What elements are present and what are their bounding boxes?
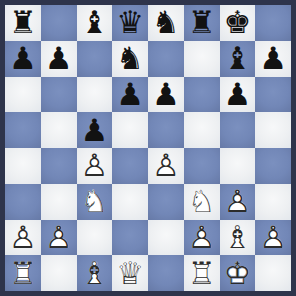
black-rook: ♜ [5,5,41,41]
white-king: ♚♔ [220,255,256,291]
square-a8[interactable]: ♜ [5,5,41,41]
square-a4[interactable] [5,148,41,184]
black-queen: ♛ [112,5,148,41]
white-pawn: ♟♙ [184,220,220,256]
white-knight: ♞♘ [184,184,220,220]
white-pawn: ♟♙ [148,148,184,184]
square-f8[interactable]: ♜ [184,5,220,41]
square-c8[interactable]: ♝ [77,5,113,41]
square-c6[interactable] [77,77,113,113]
black-bishop: ♝ [77,5,113,41]
black-king: ♚ [220,5,256,41]
square-a2[interactable]: ♟♙ [5,220,41,256]
black-bishop: ♝ [220,41,256,77]
square-e4[interactable]: ♟♙ [148,148,184,184]
square-b3[interactable] [41,184,77,220]
black-pawn: ♟ [148,77,184,113]
white-queen: ♛♕ [112,255,148,291]
square-b8[interactable] [41,5,77,41]
black-knight: ♞ [112,41,148,77]
square-f4[interactable] [184,148,220,184]
black-pawn: ♟ [77,112,113,148]
chess-board: ♜♝♛♞♜♚♟♟♞♝♟♟♟♟♟♟♙♟♙♞♘♞♘♟♙♟♙♟♙♟♙♝♗♟♙♜♖♝♗♛… [5,5,291,291]
square-f5[interactable] [184,112,220,148]
square-h3[interactable] [255,184,291,220]
square-h2[interactable]: ♟♙ [255,220,291,256]
square-d2[interactable] [112,220,148,256]
square-d1[interactable]: ♛♕ [112,255,148,291]
square-e7[interactable] [148,41,184,77]
square-c2[interactable] [77,220,113,256]
black-rook: ♜ [184,5,220,41]
square-a7[interactable]: ♟ [5,41,41,77]
square-f3[interactable]: ♞♘ [184,184,220,220]
square-c5[interactable]: ♟ [77,112,113,148]
white-rook: ♜♖ [184,255,220,291]
white-rook: ♜♖ [5,255,41,291]
square-h7[interactable]: ♟ [255,41,291,77]
square-d4[interactable] [112,148,148,184]
square-b5[interactable] [41,112,77,148]
white-bishop: ♝♗ [220,220,256,256]
square-b6[interactable] [41,77,77,113]
square-a1[interactable]: ♜♖ [5,255,41,291]
black-knight: ♞ [148,5,184,41]
black-pawn: ♟ [220,77,256,113]
square-a6[interactable] [5,77,41,113]
white-pawn: ♟♙ [220,184,256,220]
square-f1[interactable]: ♜♖ [184,255,220,291]
square-d6[interactable]: ♟ [112,77,148,113]
chess-board-frame: ♜♝♛♞♜♚♟♟♞♝♟♟♟♟♟♟♙♟♙♞♘♞♘♟♙♟♙♟♙♟♙♝♗♟♙♜♖♝♗♛… [0,0,296,296]
square-g6[interactable]: ♟ [220,77,256,113]
square-g5[interactable] [220,112,256,148]
square-g3[interactable]: ♟♙ [220,184,256,220]
white-pawn: ♟♙ [255,220,291,256]
square-e2[interactable] [148,220,184,256]
square-c1[interactable]: ♝♗ [77,255,113,291]
square-a3[interactable] [5,184,41,220]
white-pawn: ♟♙ [77,148,113,184]
square-h4[interactable] [255,148,291,184]
square-c3[interactable]: ♞♘ [77,184,113,220]
square-g1[interactable]: ♚♔ [220,255,256,291]
square-e3[interactable] [148,184,184,220]
square-e8[interactable]: ♞ [148,5,184,41]
square-h6[interactable] [255,77,291,113]
black-pawn: ♟ [41,41,77,77]
square-d8[interactable]: ♛ [112,5,148,41]
black-pawn: ♟ [112,77,148,113]
square-e1[interactable] [148,255,184,291]
square-f7[interactable] [184,41,220,77]
black-pawn: ♟ [255,41,291,77]
square-a5[interactable] [5,112,41,148]
square-e6[interactable]: ♟ [148,77,184,113]
square-b4[interactable] [41,148,77,184]
square-c4[interactable]: ♟♙ [77,148,113,184]
black-pawn: ♟ [5,41,41,77]
square-d3[interactable] [112,184,148,220]
square-g2[interactable]: ♝♗ [220,220,256,256]
square-h1[interactable] [255,255,291,291]
square-h5[interactable] [255,112,291,148]
square-e5[interactable] [148,112,184,148]
square-f2[interactable]: ♟♙ [184,220,220,256]
square-d5[interactable] [112,112,148,148]
square-b2[interactable]: ♟♙ [41,220,77,256]
white-knight: ♞♘ [77,184,113,220]
white-bishop: ♝♗ [77,255,113,291]
square-d7[interactable]: ♞ [112,41,148,77]
square-b1[interactable] [41,255,77,291]
square-f6[interactable] [184,77,220,113]
square-b7[interactable]: ♟ [41,41,77,77]
square-g7[interactable]: ♝ [220,41,256,77]
square-g4[interactable] [220,148,256,184]
white-pawn: ♟♙ [41,220,77,256]
square-h8[interactable] [255,5,291,41]
square-c7[interactable] [77,41,113,77]
white-pawn: ♟♙ [5,220,41,256]
square-g8[interactable]: ♚ [220,5,256,41]
